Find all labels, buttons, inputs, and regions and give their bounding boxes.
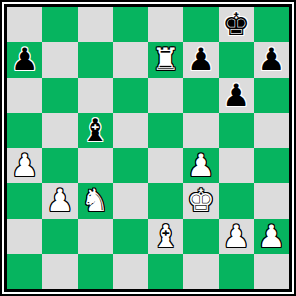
square-f3[interactable]: ♚ [183, 183, 218, 218]
square-a3[interactable] [7, 183, 42, 218]
square-b6[interactable] [42, 78, 77, 113]
square-h8[interactable] [254, 7, 289, 42]
square-a7[interactable]: ♟ [7, 42, 42, 77]
square-f4[interactable]: ♟ [183, 148, 218, 183]
square-e3[interactable] [148, 183, 183, 218]
square-g4[interactable] [219, 148, 254, 183]
square-h5[interactable] [254, 113, 289, 148]
square-e6[interactable] [148, 78, 183, 113]
chessboard-inner-frame: ♚♟♜♟♟♟♝♟♟♟♞♚♝♟♟ [4, 4, 292, 292]
square-d4[interactable] [113, 148, 148, 183]
square-a1[interactable] [7, 254, 42, 289]
square-c7[interactable] [78, 42, 113, 77]
piece-white-pawn-g2[interactable]: ♟ [222, 219, 250, 254]
square-b5[interactable] [42, 113, 77, 148]
square-e1[interactable] [148, 254, 183, 289]
square-g7[interactable] [219, 42, 254, 77]
square-f8[interactable] [183, 7, 218, 42]
square-g6[interactable]: ♟ [219, 78, 254, 113]
square-a6[interactable] [7, 78, 42, 113]
piece-black-pawn-a7[interactable]: ♟ [11, 42, 39, 77]
piece-black-pawn-f7[interactable]: ♟ [187, 42, 215, 77]
square-b8[interactable] [42, 7, 77, 42]
square-b3[interactable]: ♟ [42, 183, 77, 218]
square-d1[interactable] [113, 254, 148, 289]
piece-black-pawn-h7[interactable]: ♟ [257, 42, 285, 77]
square-a5[interactable] [7, 113, 42, 148]
square-d7[interactable] [113, 42, 148, 77]
piece-white-pawn-f4[interactable]: ♟ [187, 148, 215, 183]
square-f2[interactable] [183, 219, 218, 254]
square-c2[interactable] [78, 219, 113, 254]
square-e5[interactable] [148, 113, 183, 148]
chessboard-frame: ♚♟♜♟♟♟♝♟♟♟♞♚♝♟♟ [0, 0, 296, 296]
square-e2[interactable]: ♝ [148, 219, 183, 254]
piece-white-king-f3[interactable]: ♚ [187, 183, 215, 218]
square-c3[interactable]: ♞ [78, 183, 113, 218]
square-f5[interactable] [183, 113, 218, 148]
square-d6[interactable] [113, 78, 148, 113]
square-d5[interactable] [113, 113, 148, 148]
square-a8[interactable] [7, 7, 42, 42]
square-g5[interactable] [219, 113, 254, 148]
square-h1[interactable] [254, 254, 289, 289]
square-b1[interactable] [42, 254, 77, 289]
square-b4[interactable] [42, 148, 77, 183]
piece-white-knight-c3[interactable]: ♞ [81, 183, 109, 218]
chessboard: ♚♟♜♟♟♟♝♟♟♟♞♚♝♟♟ [7, 7, 289, 289]
square-c8[interactable] [78, 7, 113, 42]
square-e4[interactable] [148, 148, 183, 183]
square-h7[interactable]: ♟ [254, 42, 289, 77]
square-c1[interactable] [78, 254, 113, 289]
square-d3[interactable] [113, 183, 148, 218]
square-h4[interactable] [254, 148, 289, 183]
square-f6[interactable] [183, 78, 218, 113]
square-g8[interactable]: ♚ [219, 7, 254, 42]
piece-white-bishop-e2[interactable]: ♝ [152, 219, 180, 254]
square-b7[interactable] [42, 42, 77, 77]
square-a2[interactable] [7, 219, 42, 254]
piece-black-pawn-g6[interactable]: ♟ [222, 78, 250, 113]
square-h3[interactable] [254, 183, 289, 218]
piece-white-pawn-a4[interactable]: ♟ [11, 148, 39, 183]
square-c5[interactable]: ♝ [78, 113, 113, 148]
square-d2[interactable] [113, 219, 148, 254]
piece-black-king-g8[interactable]: ♚ [222, 7, 250, 42]
square-d8[interactable] [113, 7, 148, 42]
square-f1[interactable] [183, 254, 218, 289]
square-b2[interactable] [42, 219, 77, 254]
square-c4[interactable] [78, 148, 113, 183]
piece-white-pawn-b3[interactable]: ♟ [46, 183, 74, 218]
square-h6[interactable] [254, 78, 289, 113]
square-g1[interactable] [219, 254, 254, 289]
square-e8[interactable] [148, 7, 183, 42]
square-f7[interactable]: ♟ [183, 42, 218, 77]
square-a4[interactable]: ♟ [7, 148, 42, 183]
square-e7[interactable]: ♜ [148, 42, 183, 77]
piece-white-rook-e7[interactable]: ♜ [152, 42, 180, 77]
square-g3[interactable] [219, 183, 254, 218]
square-c6[interactable] [78, 78, 113, 113]
square-g2[interactable]: ♟ [219, 219, 254, 254]
piece-white-pawn-h2[interactable]: ♟ [257, 219, 285, 254]
piece-black-bishop-c5[interactable]: ♝ [81, 113, 109, 148]
square-h2[interactable]: ♟ [254, 219, 289, 254]
